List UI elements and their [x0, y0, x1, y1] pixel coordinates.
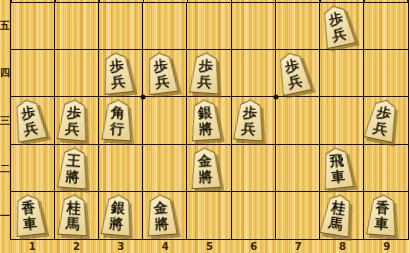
file-label-3: 3 — [111, 241, 131, 253]
cell-5-2[interactable]: 金將 — [187, 145, 231, 192]
grid-line-stub — [363, 0, 365, 2]
grid-line-stub — [231, 0, 233, 2]
star-point — [141, 95, 146, 100]
piece-kanji: 歩兵 — [317, 3, 358, 50]
cell-2-3[interactable]: 歩兵 — [55, 97, 99, 144]
piece-kanji: 香車 — [364, 194, 400, 237]
cell-4-2[interactable] — [143, 145, 187, 192]
cell-6-4[interactable] — [232, 50, 276, 97]
piece-kanji: 歩兵 — [142, 51, 180, 96]
piece-kanji: 歩兵 — [55, 99, 91, 143]
cell-7-4[interactable]: 歩兵 — [276, 50, 320, 97]
piece-kanji: 歩兵 — [187, 52, 223, 95]
piece-kanji: 銀將 — [99, 194, 135, 238]
piece-silver-3-1[interactable]: 銀將 — [99, 194, 135, 238]
grid-line-stub — [275, 0, 277, 2]
piece-kanji: 歩兵 — [9, 97, 49, 143]
cell-1-5[interactable] — [11, 3, 55, 50]
piece-bishop-3-3[interactable]: 角行 — [100, 99, 135, 142]
cell-5-4[interactable]: 歩兵 — [187, 50, 231, 97]
cell-7-1[interactable] — [276, 192, 320, 239]
cell-3-4[interactable]: 歩兵 — [99, 50, 143, 97]
grid-line-stub — [407, 0, 409, 2]
piece-pawn-6-3[interactable]: 歩兵 — [232, 99, 268, 142]
grid-line-stub — [98, 0, 100, 2]
cell-6-2[interactable] — [232, 145, 276, 192]
cell-8-4[interactable] — [320, 50, 364, 97]
cell-4-4[interactable]: 歩兵 — [143, 50, 187, 97]
cell-4-5[interactable] — [143, 3, 187, 50]
piece-pawn-4-4[interactable]: 歩兵 — [142, 51, 180, 96]
piece-pawn-2-3[interactable]: 歩兵 — [55, 99, 91, 143]
piece-kanji: 香車 — [10, 193, 47, 237]
piece-pawn-7-4[interactable]: 歩兵 — [273, 50, 314, 97]
grid-line-stub — [319, 0, 321, 2]
piece-gold-4-1[interactable]: 金將 — [143, 194, 179, 237]
piece-gold-5-2[interactable]: 金將 — [188, 146, 223, 189]
file-label-9: 9 — [377, 241, 397, 253]
cell-8-1[interactable]: 桂馬 — [320, 192, 364, 239]
cell-7-2[interactable] — [276, 145, 320, 192]
cell-9-4[interactable] — [364, 50, 408, 97]
piece-rook-8-2[interactable]: 飛車 — [319, 146, 356, 190]
piece-kanji: 桂馬 — [55, 194, 90, 237]
cell-4-3[interactable] — [143, 97, 187, 144]
cell-9-3[interactable]: 歩兵 — [364, 97, 408, 144]
rank-label-1: 一 — [0, 210, 10, 222]
piece-kanji: 桂馬 — [318, 193, 357, 239]
grid-line-stub — [187, 0, 189, 2]
piece-knight-8-1[interactable]: 桂馬 — [318, 193, 357, 239]
piece-kanji: 銀將 — [187, 99, 223, 142]
grid-line-stub — [54, 0, 56, 2]
star-point — [273, 95, 278, 100]
file-label-6: 6 — [244, 241, 264, 253]
piece-kanji: 金將 — [188, 146, 223, 189]
piece-silver-5-3[interactable]: 銀將 — [187, 99, 223, 142]
cell-4-1[interactable]: 金將 — [143, 192, 187, 239]
cell-1-3[interactable]: 歩兵 — [11, 97, 55, 144]
piece-kanji: 飛車 — [319, 146, 356, 190]
cell-5-5[interactable] — [187, 3, 231, 50]
cell-2-4[interactable] — [55, 50, 99, 97]
piece-lance-1-1[interactable]: 香車 — [10, 193, 47, 237]
shogi-board: 歩兵歩兵歩兵歩兵歩兵歩兵歩兵角行銀將歩兵歩兵王將金將飛車香車桂馬銀將金將桂馬香車 — [10, 2, 409, 240]
cell-3-2[interactable] — [99, 145, 143, 192]
grid-line-stub — [10, 0, 12, 2]
cell-1-4[interactable] — [11, 50, 55, 97]
cell-3-5[interactable] — [99, 3, 143, 50]
piece-kanji: 角行 — [100, 99, 135, 142]
file-label-5: 5 — [199, 241, 219, 253]
rank-label-3: 三 — [0, 115, 10, 127]
rank-label-2: 二 — [0, 163, 10, 175]
piece-pawn-9-3[interactable]: 歩兵 — [362, 97, 403, 144]
piece-kanji: 歩兵 — [232, 99, 268, 142]
piece-pawn-3-4[interactable]: 歩兵 — [99, 51, 136, 95]
cell-6-3[interactable]: 歩兵 — [232, 97, 276, 144]
cell-2-1[interactable]: 桂馬 — [55, 192, 99, 239]
piece-kanji: 歩兵 — [362, 97, 403, 144]
cell-6-1[interactable] — [232, 192, 276, 239]
piece-pawn-1-3[interactable]: 歩兵 — [9, 97, 49, 143]
file-label-4: 4 — [155, 241, 175, 253]
cell-7-5[interactable] — [276, 3, 320, 50]
cell-5-3[interactable]: 銀將 — [187, 97, 231, 144]
piece-kanji: 王將 — [55, 146, 91, 189]
cell-7-3[interactable] — [276, 97, 320, 144]
file-label-8: 8 — [332, 241, 352, 253]
piece-pawn-5-4[interactable]: 歩兵 — [187, 52, 223, 95]
rank-label-5: 五 — [0, 20, 10, 32]
cell-6-5[interactable] — [232, 3, 276, 50]
file-label-7: 7 — [288, 241, 308, 253]
cell-9-1[interactable]: 香車 — [364, 192, 408, 239]
cell-9-2[interactable] — [364, 145, 408, 192]
piece-knight-2-1[interactable]: 桂馬 — [55, 194, 90, 237]
piece-kanji: 歩兵 — [99, 51, 136, 95]
shogi-board-screenshot: 歩兵歩兵歩兵歩兵歩兵歩兵歩兵角行銀將歩兵歩兵王將金將飛車香車桂馬銀將金將桂馬香車… — [0, 0, 410, 253]
cell-8-2[interactable]: 飛車 — [320, 145, 364, 192]
file-label-1: 1 — [22, 241, 42, 253]
piece-kanji: 金將 — [143, 194, 179, 237]
cell-8-3[interactable] — [320, 97, 364, 144]
cell-3-1[interactable]: 銀將 — [99, 192, 143, 239]
cell-1-1[interactable]: 香車 — [11, 192, 55, 239]
cell-5-1[interactable] — [187, 192, 231, 239]
rank-label-4: 四 — [0, 67, 10, 79]
cell-2-2[interactable]: 王將 — [55, 145, 99, 192]
grid-line-stub — [143, 0, 145, 2]
piece-king-2-2[interactable]: 王將 — [55, 146, 91, 189]
piece-lance-9-1[interactable]: 香車 — [364, 194, 400, 237]
cell-2-5[interactable] — [55, 3, 99, 50]
cell-8-5[interactable]: 歩兵 — [320, 3, 364, 50]
file-label-2: 2 — [66, 241, 86, 253]
cell-1-2[interactable] — [11, 145, 55, 192]
cell-3-3[interactable]: 角行 — [99, 97, 143, 144]
piece-pawn-8-5[interactable]: 歩兵 — [317, 3, 358, 50]
cell-9-5[interactable] — [364, 3, 408, 50]
piece-kanji: 歩兵 — [273, 50, 314, 97]
